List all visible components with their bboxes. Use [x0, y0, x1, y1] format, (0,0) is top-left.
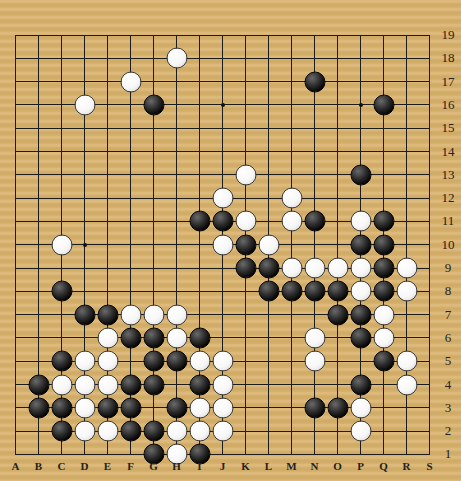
black-stone[interactable]: [327, 304, 348, 325]
black-stone[interactable]: [235, 234, 256, 255]
row-label: 15: [442, 120, 455, 136]
black-stone[interactable]: [97, 304, 118, 325]
black-stone[interactable]: [28, 397, 49, 418]
black-stone[interactable]: [166, 351, 187, 372]
column-label: D: [81, 460, 89, 472]
white-stone[interactable]: [212, 234, 233, 255]
black-stone[interactable]: [51, 281, 72, 302]
black-stone[interactable]: [120, 397, 141, 418]
row-label: 17: [442, 74, 455, 90]
column-label: N: [311, 460, 319, 472]
column-label: F: [127, 460, 134, 472]
black-stone[interactable]: [120, 327, 141, 348]
white-stone[interactable]: [97, 327, 118, 348]
row-label: 5: [445, 353, 452, 369]
black-stone[interactable]: [281, 281, 302, 302]
white-stone[interactable]: [143, 304, 164, 325]
star-point: [221, 103, 225, 107]
white-stone[interactable]: [396, 258, 417, 279]
black-stone[interactable]: [189, 374, 210, 395]
black-stone[interactable]: [143, 351, 164, 372]
column-label: B: [35, 460, 42, 472]
black-stone[interactable]: [327, 281, 348, 302]
row-label: 7: [445, 307, 452, 323]
grid-line-vertical: [429, 35, 430, 455]
white-stone[interactable]: [304, 258, 325, 279]
white-stone[interactable]: [235, 211, 256, 232]
white-stone[interactable]: [281, 211, 302, 232]
black-stone[interactable]: [74, 304, 95, 325]
white-stone[interactable]: [74, 351, 95, 372]
black-stone[interactable]: [120, 421, 141, 442]
black-stone[interactable]: [373, 94, 394, 115]
white-stone[interactable]: [74, 421, 95, 442]
grid-line-vertical: [291, 35, 292, 455]
black-stone[interactable]: [373, 211, 394, 232]
row-label: 13: [442, 167, 455, 183]
white-stone[interactable]: [281, 258, 302, 279]
black-stone[interactable]: [350, 304, 371, 325]
black-stone[interactable]: [143, 374, 164, 395]
white-stone[interactable]: [97, 374, 118, 395]
column-label: L: [265, 460, 272, 472]
row-label: 1: [445, 446, 452, 462]
black-stone[interactable]: [166, 397, 187, 418]
row-label: 10: [442, 237, 455, 253]
row-label: 2: [445, 423, 452, 439]
grid-line-horizontal: [15, 454, 430, 455]
white-stone[interactable]: [74, 374, 95, 395]
white-stone[interactable]: [189, 421, 210, 442]
white-stone[interactable]: [258, 234, 279, 255]
black-stone[interactable]: [373, 234, 394, 255]
row-label: 19: [442, 27, 455, 43]
white-stone[interactable]: [166, 304, 187, 325]
white-stone[interactable]: [373, 304, 394, 325]
black-stone[interactable]: [189, 211, 210, 232]
white-stone[interactable]: [396, 281, 417, 302]
column-label: I: [197, 460, 201, 472]
white-stone[interactable]: [304, 351, 325, 372]
column-label: A: [12, 460, 20, 472]
white-stone[interactable]: [74, 397, 95, 418]
column-label: Q: [379, 460, 388, 472]
white-stone[interactable]: [396, 351, 417, 372]
white-stone[interactable]: [120, 71, 141, 92]
black-stone[interactable]: [327, 397, 348, 418]
black-stone[interactable]: [28, 374, 49, 395]
grid-line-vertical: [337, 35, 338, 455]
row-label: 18: [442, 50, 455, 66]
row-label: 9: [445, 260, 452, 276]
white-stone[interactable]: [350, 281, 371, 302]
white-stone[interactable]: [235, 164, 256, 185]
black-stone[interactable]: [350, 327, 371, 348]
white-stone[interactable]: [212, 374, 233, 395]
black-stone[interactable]: [350, 164, 371, 185]
row-label: 3: [445, 400, 452, 416]
white-stone[interactable]: [396, 374, 417, 395]
column-label: M: [286, 460, 296, 472]
white-stone[interactable]: [166, 327, 187, 348]
row-label: 14: [442, 144, 455, 160]
black-stone[interactable]: [97, 397, 118, 418]
black-stone[interactable]: [350, 234, 371, 255]
row-label: 16: [442, 97, 455, 113]
white-stone[interactable]: [166, 421, 187, 442]
black-stone[interactable]: [143, 327, 164, 348]
black-stone[interactable]: [189, 327, 210, 348]
white-stone[interactable]: [327, 258, 348, 279]
column-label: G: [149, 460, 158, 472]
white-stone[interactable]: [212, 188, 233, 209]
column-label: R: [403, 460, 411, 472]
black-stone[interactable]: [373, 281, 394, 302]
column-label: J: [220, 460, 226, 472]
black-stone[interactable]: [304, 211, 325, 232]
row-label: 11: [442, 213, 455, 229]
black-stone[interactable]: [120, 374, 141, 395]
black-stone[interactable]: [258, 281, 279, 302]
star-point: [83, 243, 87, 247]
grid-line-vertical: [314, 35, 315, 455]
black-stone[interactable]: [258, 258, 279, 279]
column-label: C: [58, 460, 66, 472]
black-stone[interactable]: [235, 258, 256, 279]
black-stone[interactable]: [143, 421, 164, 442]
white-stone[interactable]: [120, 304, 141, 325]
column-label: E: [104, 460, 111, 472]
black-stone[interactable]: [373, 258, 394, 279]
white-stone[interactable]: [350, 258, 371, 279]
black-stone[interactable]: [51, 351, 72, 372]
white-stone[interactable]: [74, 94, 95, 115]
black-stone[interactable]: [51, 421, 72, 442]
go-board-screen: ABCDEFGHIJKLMNOPQRS191817161514131211109…: [0, 0, 461, 481]
black-stone[interactable]: [143, 94, 164, 115]
column-label: P: [357, 460, 364, 472]
black-stone[interactable]: [304, 281, 325, 302]
row-label: 8: [445, 283, 452, 299]
white-stone[interactable]: [212, 351, 233, 372]
white-stone[interactable]: [166, 48, 187, 69]
white-stone[interactable]: [51, 374, 72, 395]
white-stone[interactable]: [350, 211, 371, 232]
star-point: [359, 103, 363, 107]
white-stone[interactable]: [373, 327, 394, 348]
column-label: S: [426, 460, 432, 472]
white-stone[interactable]: [304, 327, 325, 348]
row-label: 12: [442, 190, 455, 206]
go-board[interactable]: ABCDEFGHIJKLMNOPQRS191817161514131211109…: [0, 0, 461, 481]
white-stone[interactable]: [281, 188, 302, 209]
black-stone[interactable]: [51, 397, 72, 418]
white-stone[interactable]: [212, 397, 233, 418]
column-label: H: [172, 460, 181, 472]
white-stone[interactable]: [350, 421, 371, 442]
white-stone[interactable]: [189, 351, 210, 372]
black-stone[interactable]: [350, 374, 371, 395]
white-stone[interactable]: [212, 421, 233, 442]
black-stone[interactable]: [304, 71, 325, 92]
white-stone[interactable]: [97, 351, 118, 372]
row-label: 6: [445, 330, 452, 346]
white-stone[interactable]: [51, 234, 72, 255]
row-label: 4: [445, 377, 452, 393]
black-stone[interactable]: [212, 211, 233, 232]
white-stone[interactable]: [97, 421, 118, 442]
black-stone[interactable]: [304, 397, 325, 418]
column-label: K: [241, 460, 250, 472]
white-stone[interactable]: [350, 397, 371, 418]
column-label: O: [333, 460, 342, 472]
black-stone[interactable]: [373, 351, 394, 372]
white-stone[interactable]: [189, 397, 210, 418]
